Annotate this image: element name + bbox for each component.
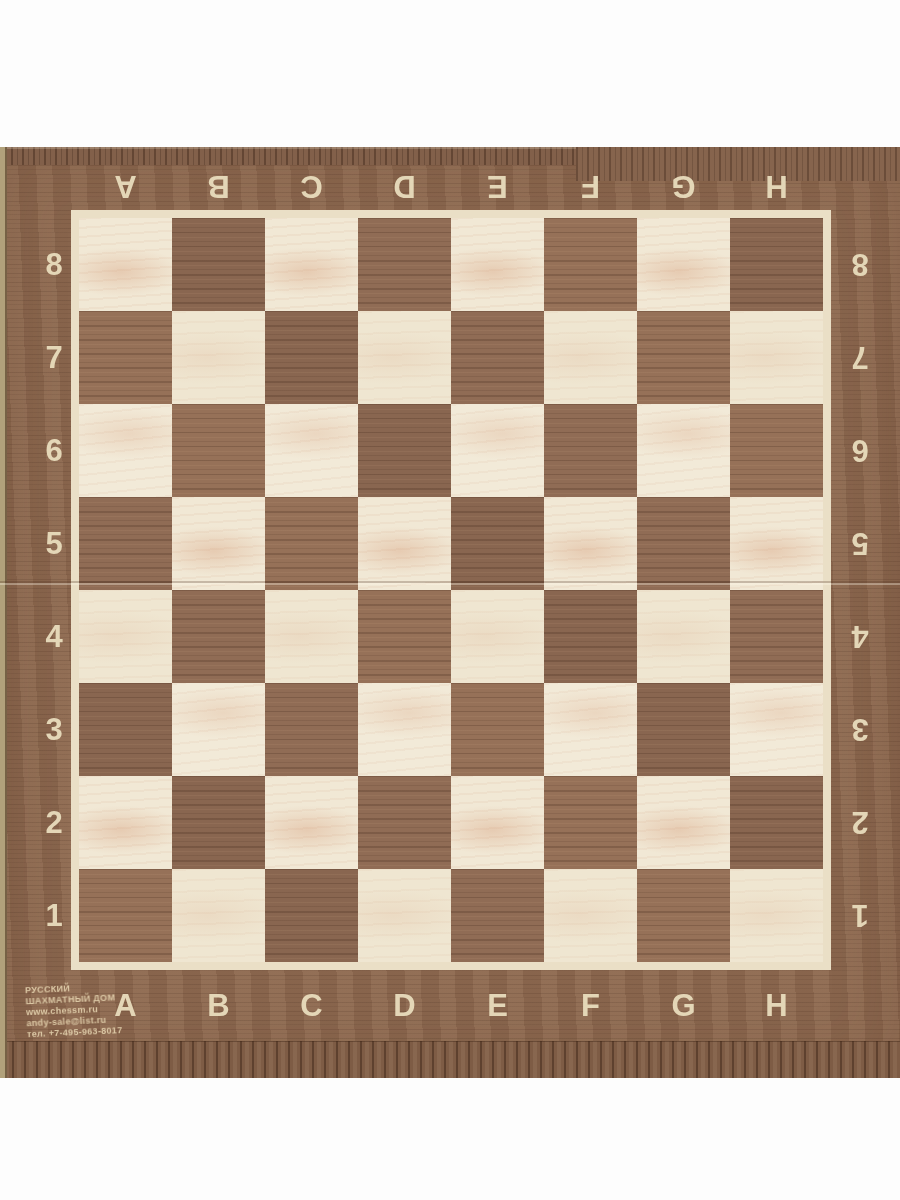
square-d8 [358, 218, 451, 311]
square-c7 [265, 311, 358, 404]
square-a5 [79, 497, 172, 590]
square-g4 [637, 590, 730, 683]
rank-label-left-6: 6 [34, 404, 74, 497]
page: ABCDEFGH 87654321 87654321 ABCDEFGH РУСС… [0, 0, 900, 1200]
rank-label-right-3: 3 [840, 683, 880, 776]
board-frame [71, 210, 831, 970]
square-c5 [265, 497, 358, 590]
rank-label-right-2: 2 [840, 776, 880, 869]
rank-label-right-6: 6 [840, 404, 880, 497]
square-d2 [358, 776, 451, 869]
rank-label-right-8: 8 [840, 218, 880, 311]
square-e6 [451, 404, 544, 497]
square-b1 [172, 869, 265, 962]
square-b4 [172, 590, 265, 683]
square-d7 [358, 311, 451, 404]
file-label-top-b: B [172, 165, 265, 207]
file-label-bottom-e: E [451, 985, 544, 1027]
rank-label-left-4: 4 [34, 590, 74, 683]
square-f2 [544, 776, 637, 869]
file-label-top-e: E [451, 165, 544, 207]
square-c1 [265, 869, 358, 962]
file-label-bottom-g: G [637, 985, 730, 1027]
square-h8 [730, 218, 823, 311]
square-h6 [730, 404, 823, 497]
rank-label-left-7: 7 [34, 311, 74, 404]
rank-label-right-4: 4 [840, 590, 880, 683]
manufacturer-watermark: РУССКИЙШАХМАТНЫЙ ДОМwww.chessm.ruandy-sa… [25, 979, 177, 1040]
square-a4 [79, 590, 172, 683]
board-top-edge [0, 147, 900, 165]
file-label-bottom-b: B [172, 985, 265, 1027]
file-label-top-c: C [265, 165, 358, 207]
square-g3 [637, 683, 730, 776]
square-e2 [451, 776, 544, 869]
square-d6 [358, 404, 451, 497]
file-label-top-f: F [544, 165, 637, 207]
board-photo: ABCDEFGH 87654321 87654321 ABCDEFGH РУСС… [0, 147, 900, 1078]
square-h4 [730, 590, 823, 683]
square-h5 [730, 497, 823, 590]
square-a8 [79, 218, 172, 311]
square-e8 [451, 218, 544, 311]
square-g8 [637, 218, 730, 311]
rank-label-right-7: 7 [840, 311, 880, 404]
square-c8 [265, 218, 358, 311]
square-a6 [79, 404, 172, 497]
square-h1 [730, 869, 823, 962]
square-e4 [451, 590, 544, 683]
board-left-edge [0, 147, 7, 1078]
file-label-top-d: D [358, 165, 451, 207]
rank-label-left-5: 5 [34, 497, 74, 590]
square-b7 [172, 311, 265, 404]
square-d3 [358, 683, 451, 776]
square-c3 [265, 683, 358, 776]
square-c4 [265, 590, 358, 683]
square-e1 [451, 869, 544, 962]
fold-crease [0, 581, 900, 585]
square-b8 [172, 218, 265, 311]
file-label-bottom-f: F [544, 985, 637, 1027]
square-f4 [544, 590, 637, 683]
rank-label-right-5: 5 [840, 497, 880, 590]
square-a7 [79, 311, 172, 404]
file-label-bottom-d: D [358, 985, 451, 1027]
square-b2 [172, 776, 265, 869]
file-label-bottom-c: C [265, 985, 358, 1027]
square-b5 [172, 497, 265, 590]
square-g5 [637, 497, 730, 590]
square-c6 [265, 404, 358, 497]
square-a3 [79, 683, 172, 776]
square-h2 [730, 776, 823, 869]
file-label-top-a: A [79, 165, 172, 207]
square-g7 [637, 311, 730, 404]
square-f8 [544, 218, 637, 311]
square-f3 [544, 683, 637, 776]
chess-board [79, 218, 823, 962]
square-d4 [358, 590, 451, 683]
square-g6 [637, 404, 730, 497]
square-a1 [79, 869, 172, 962]
rank-labels-left: 87654321 [34, 218, 74, 962]
square-g2 [637, 776, 730, 869]
square-b3 [172, 683, 265, 776]
square-f6 [544, 404, 637, 497]
square-d1 [358, 869, 451, 962]
file-labels-top: ABCDEFGH [79, 165, 823, 207]
square-e5 [451, 497, 544, 590]
rank-label-left-3: 3 [34, 683, 74, 776]
square-d5 [358, 497, 451, 590]
rank-label-left-2: 2 [34, 776, 74, 869]
square-c2 [265, 776, 358, 869]
file-label-bottom-h: H [730, 985, 823, 1027]
square-f5 [544, 497, 637, 590]
board-bottom-edge [0, 1041, 900, 1078]
square-f7 [544, 311, 637, 404]
square-a2 [79, 776, 172, 869]
square-e3 [451, 683, 544, 776]
square-e7 [451, 311, 544, 404]
file-label-top-g: G [637, 165, 730, 207]
square-f1 [544, 869, 637, 962]
square-h3 [730, 683, 823, 776]
square-g1 [637, 869, 730, 962]
rank-label-right-1: 1 [840, 869, 880, 962]
rank-labels-right: 87654321 [840, 218, 880, 962]
rank-label-left-8: 8 [34, 218, 74, 311]
square-h7 [730, 311, 823, 404]
square-b6 [172, 404, 265, 497]
file-label-top-h: H [730, 165, 823, 207]
file-labels-bottom: ABCDEFGH [79, 985, 823, 1027]
rank-label-left-1: 1 [34, 869, 74, 962]
